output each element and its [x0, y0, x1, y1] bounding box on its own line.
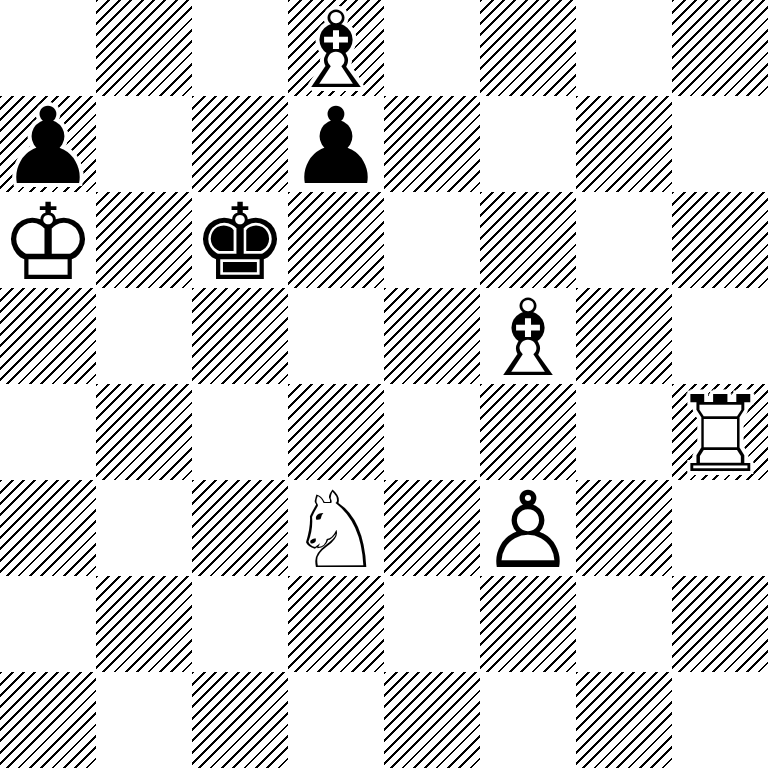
piece-black-pawn-a7[interactable]: ♟ [0, 96, 96, 192]
square-d2[interactable] [288, 576, 384, 672]
square-a5[interactable] [0, 288, 96, 384]
square-b8[interactable] [96, 0, 192, 96]
square-e3[interactable] [384, 480, 480, 576]
square-f4[interactable] [480, 384, 576, 480]
piece-black-pawn-d7[interactable]: ♟ [288, 96, 384, 192]
square-b4[interactable] [96, 384, 192, 480]
square-a6[interactable]: ♚♔ [0, 192, 96, 288]
square-a1[interactable] [0, 672, 96, 768]
black-king-glyph: ♚ [192, 195, 287, 291]
square-d3[interactable]: ♞♘ [288, 480, 384, 576]
square-h2[interactable] [672, 576, 768, 672]
square-h6[interactable] [672, 192, 768, 288]
square-g3[interactable] [576, 480, 672, 576]
square-b6[interactable] [96, 192, 192, 288]
square-a3[interactable] [0, 480, 96, 576]
white-bishop-glyph: ♗ [480, 291, 575, 387]
chess-board: ♝♗♟♟♟♟♚♔♚♚♝♗♜♖♞♘♟♙ [0, 0, 768, 768]
piece-black-king-c6[interactable]: ♚ [192, 192, 288, 288]
piece-white-knight-d3[interactable]: ♘ [288, 480, 384, 576]
square-c5[interactable] [192, 288, 288, 384]
piece-white-king-a6[interactable]: ♔ [0, 192, 96, 288]
square-e5[interactable] [384, 288, 480, 384]
square-g5[interactable] [576, 288, 672, 384]
square-c6[interactable]: ♚♚ [192, 192, 288, 288]
square-e6[interactable] [384, 192, 480, 288]
square-h3[interactable] [672, 480, 768, 576]
square-g1[interactable] [576, 672, 672, 768]
square-d6[interactable] [288, 192, 384, 288]
square-a2[interactable] [0, 576, 96, 672]
piece-white-pawn-f3[interactable]: ♙ [480, 480, 576, 576]
square-d4[interactable] [288, 384, 384, 480]
white-knight-glyph: ♘ [288, 483, 383, 579]
square-f6[interactable] [480, 192, 576, 288]
square-g4[interactable] [576, 384, 672, 480]
square-f8[interactable] [480, 0, 576, 96]
square-e7[interactable] [384, 96, 480, 192]
square-d1[interactable] [288, 672, 384, 768]
square-g2[interactable] [576, 576, 672, 672]
square-h7[interactable] [672, 96, 768, 192]
piece-white-bishop-d8[interactable]: ♗ [288, 0, 384, 96]
square-c2[interactable] [192, 576, 288, 672]
square-c4[interactable] [192, 384, 288, 480]
square-h1[interactable] [672, 672, 768, 768]
square-a4[interactable] [0, 384, 96, 480]
square-c3[interactable] [192, 480, 288, 576]
square-c8[interactable] [192, 0, 288, 96]
square-d5[interactable] [288, 288, 384, 384]
square-g7[interactable] [576, 96, 672, 192]
square-a7[interactable]: ♟♟ [0, 96, 96, 192]
square-g6[interactable] [576, 192, 672, 288]
square-h4[interactable]: ♜♖ [672, 384, 768, 480]
square-f3[interactable]: ♟♙ [480, 480, 576, 576]
square-c7[interactable] [192, 96, 288, 192]
square-b5[interactable] [96, 288, 192, 384]
square-e1[interactable] [384, 672, 480, 768]
square-g8[interactable] [576, 0, 672, 96]
square-f2[interactable] [480, 576, 576, 672]
black-pawn-glyph: ♟ [288, 99, 383, 195]
square-b1[interactable] [96, 672, 192, 768]
white-rook-glyph: ♖ [672, 387, 767, 483]
square-d8[interactable]: ♝♗ [288, 0, 384, 96]
square-e4[interactable] [384, 384, 480, 480]
white-king-glyph: ♔ [0, 195, 95, 291]
square-f7[interactable] [480, 96, 576, 192]
square-b7[interactable] [96, 96, 192, 192]
square-e8[interactable] [384, 0, 480, 96]
square-a8[interactable] [0, 0, 96, 96]
white-pawn-glyph: ♙ [480, 483, 575, 579]
piece-white-rook-h4[interactable]: ♖ [672, 384, 768, 480]
square-f5[interactable]: ♝♗ [480, 288, 576, 384]
square-d7[interactable]: ♟♟ [288, 96, 384, 192]
square-f1[interactable] [480, 672, 576, 768]
square-b2[interactable] [96, 576, 192, 672]
square-h8[interactable] [672, 0, 768, 96]
square-h5[interactable] [672, 288, 768, 384]
square-b3[interactable] [96, 480, 192, 576]
square-c1[interactable] [192, 672, 288, 768]
piece-white-bishop-f5[interactable]: ♗ [480, 288, 576, 384]
square-e2[interactable] [384, 576, 480, 672]
